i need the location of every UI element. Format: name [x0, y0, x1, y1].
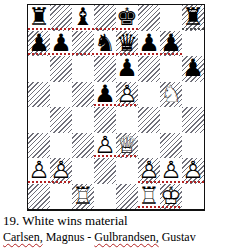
square-h8: ♜: [182, 5, 204, 31]
document-page: ♜♝♚♜♟♟♞♛♟♟♟♟♟♟♙♞♘♟♙♛♕♟♙♟♙♟♙♟♙♟♙♜♖♜♖♚♔ 19…: [0, 0, 229, 251]
square-e1: [116, 184, 138, 210]
white-pawn: ♟♙: [160, 158, 182, 183]
square-a1: [28, 184, 50, 210]
white-pawn: ♟♙: [94, 133, 116, 158]
black-rook: ♜: [182, 5, 204, 30]
white-pawn: ♟♙: [138, 158, 160, 183]
square-c1: ♜♖: [72, 184, 94, 210]
square-d4: [94, 107, 116, 133]
square-a7: ♟: [28, 31, 50, 57]
square-d2: [94, 158, 116, 184]
square-a2: ♟♙: [28, 158, 50, 184]
square-h7: [182, 31, 204, 57]
square-h1: [182, 184, 204, 210]
square-e3: ♛♕: [116, 133, 138, 159]
square-h2: ♟♙: [182, 158, 204, 184]
black-king: ♚: [116, 5, 138, 30]
square-g1: ♚♔: [160, 184, 182, 210]
square-e6: ♟: [116, 56, 138, 82]
white-player-rest: Magnus -: [43, 230, 95, 244]
square-f1: ♜♖: [138, 184, 160, 210]
white-rook: ♜♖: [72, 184, 94, 209]
square-e7: ♛: [116, 31, 138, 57]
white-pawn: ♟♙: [50, 158, 72, 183]
square-a3: [28, 133, 50, 159]
square-g7: ♟: [160, 31, 182, 57]
square-a4: [28, 107, 50, 133]
square-c4: [72, 107, 94, 133]
square-d1: [94, 184, 116, 210]
white-king: ♚♔: [160, 184, 182, 209]
square-b2: ♟♙: [50, 158, 72, 184]
square-g4: [160, 107, 182, 133]
square-g5: ♞♘: [160, 82, 182, 108]
square-d3: ♟♙: [94, 133, 116, 159]
square-c8: ♝: [72, 5, 94, 31]
square-a6: [28, 56, 50, 82]
square-b1: [50, 184, 72, 210]
square-d6: [94, 56, 116, 82]
square-f6: [138, 56, 160, 82]
white-rook: ♜♖: [138, 184, 160, 209]
white-pawn: ♟♙: [182, 158, 204, 183]
black-player-rest: Gustav: [159, 230, 196, 244]
square-g8: [160, 5, 182, 31]
black-rook: ♜: [28, 5, 50, 30]
black-player-surname: Gulbrandsen,: [94, 230, 158, 244]
black-pawn: ♟: [50, 31, 72, 56]
square-g6: [160, 56, 182, 82]
black-queen: ♛: [116, 31, 138, 56]
square-b7: ♟: [50, 31, 72, 57]
square-e8: ♚: [116, 5, 138, 31]
square-c7: [72, 31, 94, 57]
black-pawn: ♟: [160, 31, 182, 56]
diagram-caption: 19. White wins material Carlsen, Magnus …: [3, 213, 196, 245]
square-b5: [50, 82, 72, 108]
chess-board: ♜♝♚♜♟♟♞♛♟♟♟♟♟♟♙♞♘♟♙♛♕♟♙♟♙♟♙♟♙♟♙♜♖♜♖♚♔: [27, 4, 205, 211]
square-f5: [138, 82, 160, 108]
white-player-surname: Carlsen,: [3, 230, 43, 244]
square-e2: [116, 158, 138, 184]
square-f2: ♟♙: [138, 158, 160, 184]
square-b3: [50, 133, 72, 159]
square-a5: [28, 82, 50, 108]
square-h6: ♟: [182, 56, 204, 82]
black-knight: ♞: [94, 31, 116, 56]
square-f4: [138, 107, 160, 133]
black-pawn: ♟: [28, 31, 50, 56]
square-f3: [138, 133, 160, 159]
black-pawn: ♟: [116, 56, 138, 81]
black-bishop: ♝: [72, 5, 94, 30]
players-line: Carlsen, Magnus - Gulbrandsen, Gustav: [3, 229, 196, 245]
square-h4: [182, 107, 204, 133]
square-f8: [138, 5, 160, 31]
square-d5: ♟: [94, 82, 116, 108]
square-a8: ♜: [28, 5, 50, 31]
square-b6: [50, 56, 72, 82]
square-g2: ♟♙: [160, 158, 182, 184]
square-e5: ♟♙: [116, 82, 138, 108]
square-c2: [72, 158, 94, 184]
square-b4: [50, 107, 72, 133]
square-b8: [50, 5, 72, 31]
white-knight: ♞♘: [160, 82, 182, 107]
diagram-title: 19. White wins material: [3, 213, 196, 229]
square-f7: ♟: [138, 31, 160, 57]
square-h3: [182, 133, 204, 159]
black-pawn: ♟: [94, 82, 116, 107]
white-pawn: ♟♙: [28, 158, 50, 183]
square-c3: [72, 133, 94, 159]
black-pawn: ♟: [138, 31, 160, 56]
square-c5: [72, 82, 94, 108]
square-c6: [72, 56, 94, 82]
square-e4: [116, 107, 138, 133]
square-g3: [160, 133, 182, 159]
square-d8: [94, 5, 116, 31]
square-h5: [182, 82, 204, 108]
black-pawn: ♟: [182, 56, 204, 81]
square-d7: ♞: [94, 31, 116, 57]
white-pawn: ♟♙: [116, 82, 138, 107]
white-queen: ♛♕: [116, 133, 138, 158]
